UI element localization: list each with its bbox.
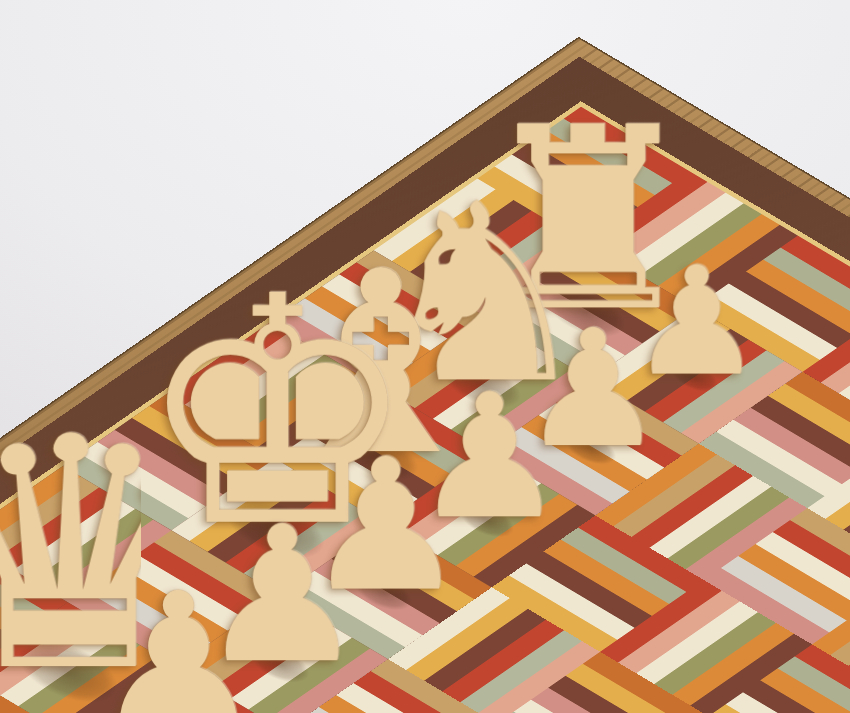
- chess-board: ♜♟♞♟♝♟♚♟♟♛♟: [0, 37, 850, 713]
- board-margin: ♜♟♞♟♝♟♚♟♟♛♟: [0, 57, 850, 713]
- photo-backdrop: ♜♟♞♟♝♟♚♟♟♛♟: [0, 0, 850, 713]
- pawn-glyph: ♟: [91, 567, 266, 713]
- square-c2[interactable]: ♟: [72, 667, 284, 713]
- board-squares-grid: ♜♟♞♟♝♟♚♟♟♛♟: [0, 107, 850, 713]
- board-frame: ♜♟♞♟♝♟♚♟♟♛♟: [0, 37, 850, 713]
- square-e4[interactable]: [496, 652, 708, 713]
